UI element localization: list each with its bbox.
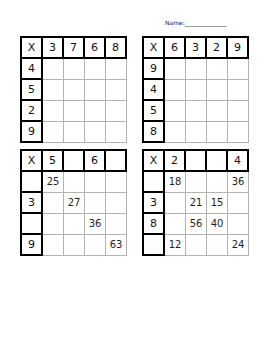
factor-column-header-cell: 6: [165, 38, 186, 59]
empty-answer-cell: [186, 122, 207, 143]
empty-answer-cell: [64, 122, 85, 143]
empty-answer-cell: [85, 80, 106, 101]
product-cell: 27: [64, 193, 85, 214]
empty-answer-cell: [64, 235, 85, 256]
empty-answer-cell: [85, 172, 106, 193]
empty-answer-cell: [43, 101, 64, 122]
factor-row-header-cell: 2: [22, 101, 43, 122]
times-symbol-cell: X: [144, 38, 165, 59]
product-cell: 36: [228, 172, 249, 193]
factor-column-header-cell: 4: [228, 151, 249, 172]
product-cell: 40: [207, 214, 228, 235]
product-cell: 36: [85, 214, 106, 235]
empty-answer-cell: [43, 193, 64, 214]
empty-answer-cell: [228, 122, 249, 143]
empty-answer-cell: [85, 59, 106, 80]
factor-row-header-cell: [22, 172, 43, 193]
empty-answer-cell: [64, 101, 85, 122]
empty-answer-cell: [186, 235, 207, 256]
empty-answer-cell: [64, 172, 85, 193]
empty-answer-cell: [186, 101, 207, 122]
factor-column-header-cell: 6: [85, 151, 106, 172]
factor-column-header-cell: 3: [186, 38, 207, 59]
factor-row-header-cell: [144, 172, 165, 193]
empty-answer-cell: [228, 101, 249, 122]
product-cell: 18: [165, 172, 186, 193]
factor-column-header-cell: 2: [207, 38, 228, 59]
factor-column-header-cell: [186, 151, 207, 172]
name-label: Name:______________: [165, 19, 227, 26]
empty-answer-cell: [106, 172, 127, 193]
empty-answer-cell: [85, 235, 106, 256]
product-cell: 56: [186, 214, 207, 235]
factor-column-header-cell: [106, 151, 127, 172]
multiplication-grid-bottom-left: X562532736963: [20, 149, 127, 256]
empty-answer-cell: [207, 59, 228, 80]
product-cell: 12: [165, 235, 186, 256]
factor-row-header-cell: 5: [22, 80, 43, 101]
empty-answer-cell: [165, 193, 186, 214]
empty-answer-cell: [165, 214, 186, 235]
empty-answer-cell: [43, 122, 64, 143]
empty-answer-cell: [43, 80, 64, 101]
empty-answer-cell: [64, 80, 85, 101]
multiplication-grid-top-right: X63299458: [142, 36, 249, 143]
empty-answer-cell: [106, 59, 127, 80]
times-symbol-cell: X: [22, 38, 43, 59]
empty-answer-cell: [228, 193, 249, 214]
times-symbol-cell: X: [144, 151, 165, 172]
factor-row-header-cell: 3: [22, 193, 43, 214]
empty-answer-cell: [43, 214, 64, 235]
factor-row-header-cell: 5: [144, 101, 165, 122]
empty-answer-cell: [106, 122, 127, 143]
factor-row-header-cell: 9: [22, 235, 43, 256]
factor-row-header-cell: [144, 235, 165, 256]
multiplication-grid-bottom-right: X24183632115856401224: [142, 149, 249, 256]
product-cell: 25: [43, 172, 64, 193]
empty-answer-cell: [43, 235, 64, 256]
empty-answer-cell: [228, 214, 249, 235]
empty-answer-cell: [165, 59, 186, 80]
empty-answer-cell: [106, 214, 127, 235]
factor-column-header-cell: 5: [43, 151, 64, 172]
empty-answer-cell: [186, 80, 207, 101]
factor-column-header-cell: 3: [43, 38, 64, 59]
multiplication-grid-top-left: X37684529: [20, 36, 127, 143]
empty-answer-cell: [207, 101, 228, 122]
factor-row-header-cell: 9: [144, 59, 165, 80]
empty-answer-cell: [106, 80, 127, 101]
empty-answer-cell: [165, 101, 186, 122]
product-cell: 15: [207, 193, 228, 214]
empty-answer-cell: [186, 59, 207, 80]
product-cell: 24: [228, 235, 249, 256]
factor-column-header-cell: 7: [64, 38, 85, 59]
worksheet-page: { "game": "multiplication-grid-worksheet…: [0, 0, 270, 350]
factor-column-header-cell: [64, 151, 85, 172]
empty-answer-cell: [64, 214, 85, 235]
factor-row-header-cell: 9: [22, 122, 43, 143]
empty-answer-cell: [43, 59, 64, 80]
empty-answer-cell: [207, 80, 228, 101]
factor-row-header-cell: 8: [144, 214, 165, 235]
empty-answer-cell: [207, 122, 228, 143]
empty-answer-cell: [106, 101, 127, 122]
factor-row-header-cell: 3: [144, 193, 165, 214]
empty-answer-cell: [64, 59, 85, 80]
empty-answer-cell: [186, 172, 207, 193]
product-cell: 63: [106, 235, 127, 256]
empty-answer-cell: [165, 80, 186, 101]
factor-column-header-cell: 2: [165, 151, 186, 172]
empty-answer-cell: [85, 101, 106, 122]
factor-column-header-cell: 6: [85, 38, 106, 59]
factor-row-header-cell: 4: [144, 80, 165, 101]
empty-answer-cell: [207, 172, 228, 193]
empty-answer-cell: [228, 80, 249, 101]
empty-answer-cell: [106, 193, 127, 214]
empty-answer-cell: [228, 59, 249, 80]
factor-column-header-cell: 9: [228, 38, 249, 59]
factor-row-header-cell: 4: [22, 59, 43, 80]
empty-answer-cell: [165, 122, 186, 143]
factor-row-header-cell: 8: [144, 122, 165, 143]
empty-answer-cell: [85, 193, 106, 214]
times-symbol-cell: X: [22, 151, 43, 172]
empty-answer-cell: [85, 122, 106, 143]
factor-column-header-cell: 8: [106, 38, 127, 59]
empty-answer-cell: [207, 235, 228, 256]
factor-row-header-cell: [22, 214, 43, 235]
product-cell: 21: [186, 193, 207, 214]
factor-column-header-cell: [207, 151, 228, 172]
